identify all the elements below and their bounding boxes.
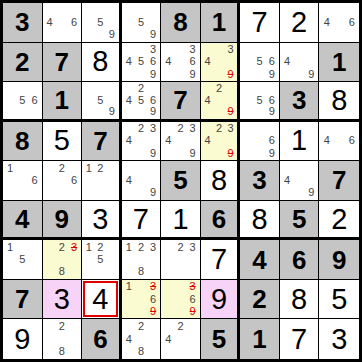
candidate-4: 4 <box>123 95 135 107</box>
cell-r1c7[interactable]: 7 <box>240 3 280 43</box>
given-digit: 5 <box>292 206 306 232</box>
candidate-4: 4 <box>162 56 174 68</box>
pencil-marks: 2349 <box>202 123 237 160</box>
candidate-9: 9 <box>187 147 199 159</box>
candidate-2: 2 <box>213 83 225 95</box>
solved-digit: 9 <box>14 325 30 354</box>
cell-r2c5[interactable]: 3469 <box>161 43 201 83</box>
cell-r2c7[interactable]: 569 <box>240 43 280 83</box>
cell-r7c2[interactable]: 283 <box>43 240 83 280</box>
eliminated-candidate-3: 3 <box>68 241 80 253</box>
eliminated-candidate-3: 3 <box>187 281 199 293</box>
solved-digit: 3 <box>54 285 70 314</box>
cell-r8c2[interactable]: 3 <box>43 280 83 320</box>
cell-r7c1[interactable]: 15 <box>3 240 43 280</box>
cell-r6c3[interactable]: 3 <box>82 201 122 241</box>
cell-r7c8[interactable]: 6 <box>280 240 320 280</box>
cell-r6c2[interactable]: 9 <box>43 201 83 241</box>
cell-r5c5[interactable]: 5 <box>161 161 201 201</box>
candidate-9: 9 <box>106 106 118 118</box>
cell-r5c3[interactable]: 12 <box>82 161 122 201</box>
cell-r8c7[interactable]: 2 <box>240 280 280 320</box>
pencil-marks: 249 <box>202 83 237 118</box>
cell-r8c3[interactable]: 4 <box>82 280 122 320</box>
candidate-6: 6 <box>147 56 159 68</box>
cell-r3c7[interactable]: 569 <box>240 82 280 122</box>
cell-r1c3[interactable]: 59 <box>82 3 122 43</box>
cell-r9c1[interactable]: 9 <box>3 319 43 359</box>
cell-r6c6[interactable]: 6 <box>201 201 241 241</box>
candidate-4: 4 <box>123 56 135 68</box>
pencil-marks: 639 <box>162 281 199 318</box>
cell-r4c5[interactable]: 2349 <box>161 122 201 162</box>
candidate-9: 9 <box>305 68 317 80</box>
cell-r4c1[interactable]: 8 <box>3 122 43 162</box>
candidate-3: 3 <box>147 123 159 135</box>
candidate-3: 3 <box>147 241 159 253</box>
cell-r8c4[interactable]: 1639 <box>122 280 162 320</box>
cell-r7c6[interactable]: 7 <box>201 240 241 280</box>
given-digit: 1 <box>55 87 69 113</box>
cell-r3c3[interactable]: 59 <box>82 82 122 122</box>
cell-r6c9[interactable]: 2 <box>319 201 359 241</box>
pencil-marks: 24569 <box>123 83 160 118</box>
candidate-6: 6 <box>28 174 40 186</box>
pencil-marks: 46 <box>44 4 81 41</box>
cell-r4c7[interactable]: 69 <box>240 122 280 162</box>
cell-r9c7[interactable]: 1 <box>240 319 280 359</box>
candidate-4: 4 <box>123 174 135 186</box>
cell-r4c4[interactable]: 2349 <box>122 122 162 162</box>
solved-digit: 8 <box>331 86 347 115</box>
cell-r7c5[interactable]: 23 <box>161 240 201 280</box>
candidate-4: 4 <box>123 135 135 147</box>
candidate-4: 4 <box>44 16 56 28</box>
candidate-2: 2 <box>135 123 147 135</box>
cell-r9c4[interactable]: 248 <box>122 319 162 359</box>
candidate-4: 4 <box>320 16 333 28</box>
candidate-6: 6 <box>345 16 358 28</box>
candidate-3: 3 <box>147 44 159 56</box>
cell-r2c3[interactable]: 8 <box>82 43 122 83</box>
solved-digit: 7 <box>291 325 307 354</box>
given-digit: 7 <box>93 128 107 154</box>
candidate-1: 1 <box>123 241 135 253</box>
candidate-4: 4 <box>162 135 174 147</box>
given-digit: 1 <box>212 9 226 35</box>
cell-r6c4[interactable]: 7 <box>122 201 162 241</box>
cell-r8c8[interactable]: 8 <box>280 280 320 320</box>
candidate-5: 5 <box>254 56 266 68</box>
cell-r1c6[interactable]: 1 <box>201 3 241 43</box>
given-digit: 8 <box>15 128 29 154</box>
candidate-6: 6 <box>68 174 80 186</box>
cell-r3c5[interactable]: 7 <box>161 82 201 122</box>
given-digit: 7 <box>332 167 346 193</box>
eliminated-candidate-9: 9 <box>225 106 237 118</box>
cell-r2c8[interactable]: 49 <box>280 43 320 83</box>
solved-digit: 8 <box>92 47 108 76</box>
given-digit: 4 <box>15 206 29 232</box>
candidate-4: 4 <box>162 333 174 346</box>
candidate-8: 8 <box>56 266 68 278</box>
candidate-4: 4 <box>202 56 214 68</box>
candidate-4: 4 <box>281 174 293 186</box>
pencil-marks: 569 <box>241 44 278 81</box>
cell-r4c3[interactable]: 7 <box>82 122 122 162</box>
solved-digit: 2 <box>331 205 347 234</box>
cell-r6c5[interactable]: 1 <box>161 201 201 241</box>
candidate-1: 1 <box>83 162 95 174</box>
given-digit: 7 <box>55 49 69 75</box>
cell-r3c1[interactable]: 56 <box>3 82 43 122</box>
cell-r1c2[interactable]: 46 <box>43 3 83 43</box>
cell-r2c9[interactable]: 1 <box>319 43 359 83</box>
cell-r9c8[interactable]: 7 <box>280 319 320 359</box>
candidate-3: 3 <box>225 44 237 56</box>
given-digit: 5 <box>173 167 187 193</box>
solved-digit: 2 <box>291 8 307 37</box>
cell-r7c7[interactable]: 4 <box>240 240 280 280</box>
given-digit: 1 <box>252 326 266 352</box>
solved-digit: 7 <box>211 245 227 274</box>
cell-r5c6[interactable]: 8 <box>201 161 241 201</box>
candidate-2: 2 <box>174 320 186 333</box>
candidate-9: 9 <box>147 187 159 199</box>
candidate-9: 9 <box>266 68 278 80</box>
candidate-2: 2 <box>174 123 186 135</box>
pencil-marks: 28 <box>44 320 81 358</box>
given-digit: 6 <box>292 247 306 273</box>
solved-digit: 1 <box>172 205 188 234</box>
eliminated-candidate-9: 9 <box>147 305 159 317</box>
candidate-2: 2 <box>56 241 68 253</box>
given-digit: 4 <box>252 247 266 273</box>
candidate-8: 8 <box>135 345 147 358</box>
candidate-6: 6 <box>147 293 159 305</box>
cell-r3c4[interactable]: 24569 <box>122 82 162 122</box>
given-digit: 8 <box>173 9 187 35</box>
cell-r9c2[interactable]: 28 <box>43 319 83 359</box>
candidate-2: 2 <box>95 162 107 174</box>
cell-r4c9[interactable]: 46 <box>319 122 359 162</box>
solved-digit: 3 <box>92 205 108 234</box>
cell-r1c5[interactable]: 8 <box>161 3 201 43</box>
pencil-marks: 46 <box>320 123 358 160</box>
pencil-marks: 46 <box>320 4 358 41</box>
solved-digit: 5 <box>331 285 347 314</box>
pencil-marks: 59 <box>123 4 160 41</box>
pencil-marks: 24 <box>162 320 199 358</box>
cell-r6c8[interactable]: 5 <box>280 201 320 241</box>
cell-r5c9[interactable]: 7 <box>319 161 359 201</box>
candidate-6: 6 <box>187 293 199 305</box>
sudoku-board: 3465959817246278345693469349569491561592… <box>0 0 362 362</box>
cell-r7c4[interactable]: 1238 <box>122 240 162 280</box>
eliminated-candidate-9: 9 <box>187 305 199 317</box>
solved-digit: 3 <box>331 325 347 354</box>
cell-r1c1[interactable]: 3 <box>3 3 43 43</box>
candidate-4: 4 <box>202 135 214 147</box>
candidate-5: 5 <box>95 16 107 28</box>
candidate-9: 9 <box>147 147 159 159</box>
pencil-marks: 56 <box>4 83 41 118</box>
cell-r7c9[interactable]: 9 <box>319 240 359 280</box>
cell-r9c6[interactable]: 5 <box>201 319 241 359</box>
pencil-marks: 2349 <box>123 123 160 160</box>
given-digit: 3 <box>252 167 266 193</box>
solved-digit: 4 <box>92 285 108 314</box>
candidate-5: 5 <box>16 254 28 266</box>
given-digit: 9 <box>55 206 69 232</box>
cell-r2c4[interactable]: 34569 <box>122 43 162 83</box>
candidate-9: 9 <box>266 147 278 159</box>
candidate-2: 2 <box>135 241 147 253</box>
cell-r1c9[interactable]: 46 <box>319 3 359 43</box>
cell-r4c8[interactable]: 1 <box>280 122 320 162</box>
solved-digit: 8 <box>252 205 268 234</box>
solved-digit: 1 <box>291 126 307 155</box>
candidate-2: 2 <box>135 83 147 95</box>
pencil-marks: 15 <box>4 241 41 278</box>
pencil-marks: 349 <box>202 44 237 81</box>
candidate-2: 2 <box>135 320 147 333</box>
candidate-9: 9 <box>147 28 159 40</box>
pencil-marks: 1639 <box>123 281 160 318</box>
cell-r5c2[interactable]: 26 <box>43 161 83 201</box>
eliminated-candidate-3: 3 <box>147 281 159 293</box>
candidate-9: 9 <box>147 68 159 80</box>
cell-r3c8[interactable]: 3 <box>280 82 320 122</box>
candidate-1: 1 <box>4 162 16 174</box>
pencil-marks: 26 <box>44 162 81 199</box>
candidate-9: 9 <box>266 106 278 118</box>
cell-r6c1[interactable]: 4 <box>3 201 43 241</box>
pencil-marks: 16 <box>4 162 41 199</box>
eliminated-candidate-9: 9 <box>225 147 237 159</box>
solved-digit: 5 <box>54 126 70 155</box>
candidate-2: 2 <box>174 241 186 253</box>
cell-r2c6[interactable]: 349 <box>201 43 241 83</box>
candidate-9: 9 <box>187 68 199 80</box>
candidate-5: 5 <box>254 95 266 107</box>
pencil-marks: 248 <box>123 320 160 358</box>
given-digit: 1 <box>332 49 346 75</box>
cell-r7c3[interactable]: 125 <box>82 240 122 280</box>
candidate-2: 2 <box>95 241 107 253</box>
given-digit: 3 <box>292 87 306 113</box>
pencil-marks: 59 <box>83 83 118 118</box>
given-digit: 7 <box>173 87 187 113</box>
pencil-marks: 49 <box>281 44 318 81</box>
candidate-3: 3 <box>225 123 237 135</box>
pencil-marks: 49 <box>281 162 318 199</box>
candidate-9: 9 <box>147 106 159 118</box>
cell-r8c9[interactable]: 5 <box>319 280 359 320</box>
candidate-1: 1 <box>83 241 95 253</box>
candidate-4: 4 <box>281 56 293 68</box>
pencil-marks: 59 <box>83 4 118 41</box>
pencil-marks: 34569 <box>123 44 160 81</box>
candidate-3: 3 <box>187 44 199 56</box>
cell-r4c2[interactable]: 5 <box>43 122 83 162</box>
pencil-marks: 125 <box>83 241 118 278</box>
candidate-6: 6 <box>187 56 199 68</box>
candidate-5: 5 <box>16 95 28 107</box>
candidate-5: 5 <box>135 56 147 68</box>
candidate-2: 2 <box>213 123 225 135</box>
cell-r3c9[interactable]: 8 <box>319 82 359 122</box>
candidate-3: 3 <box>187 241 199 253</box>
pencil-marks: 69 <box>241 123 278 160</box>
cell-r4c6[interactable]: 2349 <box>201 122 241 162</box>
given-digit: 6 <box>212 206 226 232</box>
cell-r1c4[interactable]: 59 <box>122 3 162 43</box>
cell-r5c4[interactable]: 49 <box>122 161 162 201</box>
solved-digit: 9 <box>211 285 227 314</box>
cell-r5c8[interactable]: 49 <box>280 161 320 201</box>
candidate-6: 6 <box>266 56 278 68</box>
given-digit: 7 <box>15 286 29 312</box>
pencil-marks: 23 <box>162 241 199 278</box>
candidate-1: 1 <box>4 241 16 253</box>
pencil-marks: 49 <box>123 162 160 199</box>
cell-r9c5[interactable]: 24 <box>161 319 201 359</box>
candidate-6: 6 <box>266 135 278 147</box>
pencil-marks: 2349 <box>162 123 199 160</box>
given-digit: 3 <box>15 9 29 35</box>
cell-r2c1[interactable]: 2 <box>3 43 43 83</box>
solved-digit: 8 <box>211 166 227 195</box>
pencil-marks: 3469 <box>162 44 199 81</box>
cell-r9c9[interactable]: 3 <box>319 319 359 359</box>
cell-r8c1[interactable]: 7 <box>3 280 43 320</box>
candidate-1: 1 <box>123 281 135 293</box>
solved-digit: 7 <box>133 205 149 234</box>
given-digit: 2 <box>252 286 266 312</box>
candidate-8: 8 <box>135 266 147 278</box>
pencil-marks: 1238 <box>123 241 160 278</box>
given-digit: 9 <box>332 247 346 273</box>
given-digit: 6 <box>93 326 107 352</box>
candidate-4: 4 <box>123 333 135 346</box>
candidate-2: 2 <box>56 162 68 174</box>
cell-r8c6[interactable]: 9 <box>201 280 241 320</box>
given-digit: 5 <box>212 326 226 352</box>
cell-r8c5[interactable]: 639 <box>161 280 201 320</box>
candidate-6: 6 <box>345 135 358 147</box>
cell-r9c3[interactable]: 6 <box>82 319 122 359</box>
solved-digit: 7 <box>252 8 268 37</box>
candidate-9: 9 <box>305 187 317 199</box>
cell-r3c2[interactable]: 1 <box>43 82 83 122</box>
candidate-3: 3 <box>187 123 199 135</box>
cell-r2c2[interactable]: 7 <box>43 43 83 83</box>
eliminated-candidate-9: 9 <box>225 68 237 80</box>
cell-r6c7[interactable]: 8 <box>240 201 280 241</box>
candidate-9: 9 <box>106 28 118 40</box>
given-digit: 2 <box>15 49 29 75</box>
candidate-2: 2 <box>56 320 68 333</box>
candidate-6: 6 <box>28 95 40 107</box>
candidate-8: 8 <box>56 345 68 358</box>
cell-r1c8[interactable]: 2 <box>280 3 320 43</box>
candidate-4: 4 <box>202 95 214 107</box>
solved-digit: 8 <box>291 285 307 314</box>
candidate-4: 4 <box>320 135 333 147</box>
candidate-5: 5 <box>135 16 147 28</box>
candidate-6: 6 <box>68 16 80 28</box>
pencil-marks: 283 <box>44 241 81 278</box>
pencil-marks: 12 <box>83 162 118 199</box>
candidate-5: 5 <box>95 95 107 107</box>
candidate-5: 5 <box>135 95 147 107</box>
cell-r5c1[interactable]: 16 <box>3 161 43 201</box>
cell-r3c6[interactable]: 249 <box>201 82 241 122</box>
candidate-5: 5 <box>95 254 107 266</box>
pencil-marks: 569 <box>241 83 278 118</box>
cell-r5c7[interactable]: 3 <box>240 161 280 201</box>
